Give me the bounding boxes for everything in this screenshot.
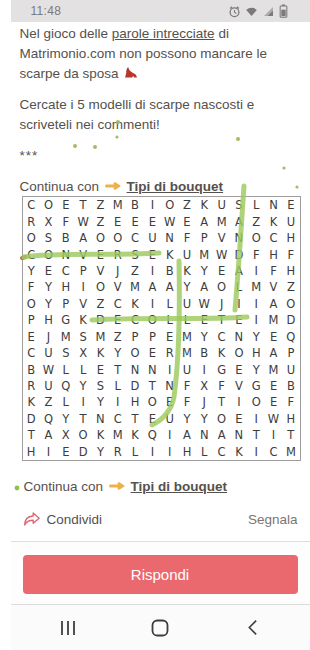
grid-cell: S bbox=[57, 345, 74, 361]
grid-cell: K bbox=[92, 427, 109, 443]
grid-cell: J bbox=[40, 329, 57, 345]
grid-cell: E bbox=[144, 345, 161, 361]
grid-cell: Y bbox=[248, 361, 265, 377]
grid-cell: O bbox=[213, 279, 230, 295]
grid-cell: M bbox=[196, 246, 213, 262]
grid-cell: I bbox=[230, 394, 247, 410]
grid-cell: N bbox=[126, 361, 143, 377]
grid-cell: G bbox=[213, 361, 230, 377]
grid-cell: O bbox=[230, 345, 247, 361]
grid-cell: L bbox=[109, 378, 126, 394]
grid-cell: C bbox=[23, 197, 40, 213]
grid-cell: N bbox=[161, 378, 178, 394]
grid-cell: E bbox=[144, 213, 161, 229]
grid-cell: Y bbox=[109, 345, 126, 361]
grid-cell: I bbox=[109, 394, 126, 410]
phone-screen: 11:48 Nel gioco delle parole intrecciate… bbox=[11, 0, 310, 650]
grid-cell: O bbox=[74, 427, 91, 443]
grid-cell: V bbox=[74, 296, 91, 312]
grid-cell: L bbox=[57, 394, 74, 410]
grid-cell: N bbox=[161, 230, 178, 246]
grid-cell: A bbox=[196, 279, 213, 295]
grid-cell: C bbox=[109, 296, 126, 312]
grid-cell: L bbox=[178, 312, 195, 328]
grid-cell: L bbox=[57, 361, 74, 377]
grid-cell: K bbox=[126, 427, 143, 443]
grid-cell: C bbox=[109, 411, 126, 427]
grid-cell: V bbox=[109, 279, 126, 295]
grid-cell: X bbox=[196, 378, 213, 394]
grid-cell: H bbox=[282, 230, 299, 246]
alarm-icon bbox=[228, 5, 241, 18]
grid-cell: M bbox=[92, 329, 109, 345]
grid-cell: H bbox=[248, 345, 265, 361]
grid-cell: I bbox=[248, 312, 265, 328]
grid-cell: W bbox=[74, 213, 91, 229]
grid-cell: D bbox=[23, 411, 40, 427]
grid-cell: E bbox=[126, 213, 143, 229]
grid-cell: A bbox=[144, 279, 161, 295]
grid-cell: K bbox=[92, 345, 109, 361]
grid-cell: M bbox=[109, 427, 126, 443]
grid-cell: Z bbox=[92, 296, 109, 312]
grid-cell: M bbox=[248, 279, 265, 295]
tipi-di-bouquet-link[interactable]: Tipi di bouquet bbox=[127, 179, 223, 194]
grid-cell: A bbox=[161, 279, 178, 295]
grid-cell: I bbox=[161, 427, 178, 443]
grid-cell: Y bbox=[74, 378, 91, 394]
grid-cell: O bbox=[40, 246, 57, 262]
grid-cell: O bbox=[213, 411, 230, 427]
grid-cell: K bbox=[23, 394, 40, 410]
grid-cell: I bbox=[144, 444, 161, 460]
grid-cell: S bbox=[74, 329, 91, 345]
grid-cell: L bbox=[161, 296, 178, 312]
grid-cell: U bbox=[178, 361, 195, 377]
grid-cell: O bbox=[92, 230, 109, 246]
back-button[interactable] bbox=[239, 615, 265, 641]
grid-cell: A bbox=[230, 213, 247, 229]
grid-cell: K bbox=[265, 213, 282, 229]
grid-cell: U bbox=[178, 246, 195, 262]
grid-cell: W bbox=[265, 411, 282, 427]
grid-cell: Z bbox=[126, 263, 143, 279]
grid-cell: O bbox=[23, 296, 40, 312]
grid-cell: S bbox=[230, 197, 247, 213]
grid-cell: R bbox=[109, 246, 126, 262]
grid-cell: E bbox=[230, 361, 247, 377]
grid-cell: Y bbox=[40, 296, 57, 312]
share-button[interactable]: Condividi bbox=[23, 512, 103, 527]
grid-cell: Q bbox=[144, 427, 161, 443]
grid-cell: F bbox=[23, 279, 40, 295]
grid-cell: B bbox=[57, 230, 74, 246]
grid-cell: T bbox=[282, 427, 299, 443]
grid-cell: R bbox=[161, 345, 178, 361]
grid-cell: U bbox=[178, 296, 195, 312]
back-icon bbox=[247, 619, 258, 636]
grid-cell: R bbox=[23, 213, 40, 229]
grid-cell: B bbox=[282, 378, 299, 394]
grid-cell: T bbox=[213, 394, 230, 410]
grid-cell: K bbox=[74, 312, 91, 328]
grid-cell: E bbox=[230, 312, 247, 328]
grid-cell: P bbox=[282, 345, 299, 361]
grid-cell: H bbox=[282, 263, 299, 279]
high-heel-icon bbox=[124, 66, 138, 79]
grid-cell: K bbox=[178, 263, 195, 279]
post-body: Nel gioco delle parole intrecciate di Ma… bbox=[20, 24, 301, 208]
continua-line-bottom: Continua con Tipi di bouquet bbox=[24, 479, 304, 494]
grid-cell: W bbox=[161, 213, 178, 229]
grid-cell: H bbox=[265, 246, 282, 262]
grid-cell: F bbox=[282, 246, 299, 262]
grid-cell: Y bbox=[92, 444, 109, 460]
grid-cell: F bbox=[178, 378, 195, 394]
grid-cell: O bbox=[161, 197, 178, 213]
grid-cell: C bbox=[23, 345, 40, 361]
grid-cell: E bbox=[161, 394, 178, 410]
grid-cell: Q bbox=[282, 329, 299, 345]
grid-cell: B bbox=[126, 197, 143, 213]
grid-cell: I bbox=[161, 444, 178, 460]
grid-cell: U bbox=[144, 230, 161, 246]
grid-cell: K bbox=[161, 246, 178, 262]
grid-cell: M bbox=[282, 444, 299, 460]
grid-cell: S bbox=[126, 246, 143, 262]
grid-cell: M bbox=[178, 329, 195, 345]
grid-cell: C bbox=[213, 444, 230, 460]
grid-cell: C bbox=[265, 444, 282, 460]
grid-cell: F bbox=[248, 246, 265, 262]
grid-cell: B bbox=[196, 345, 213, 361]
grid-cell: U bbox=[213, 197, 230, 213]
grid-cell: G bbox=[57, 312, 74, 328]
grid-cell: Z bbox=[109, 329, 126, 345]
grid-cell: Y bbox=[196, 329, 213, 345]
grid-cell: I bbox=[161, 361, 178, 377]
grid-cell: O bbox=[282, 296, 299, 312]
grid-cell: N bbox=[230, 230, 247, 246]
grid-cell: P bbox=[144, 329, 161, 345]
grid-cell: V bbox=[213, 230, 230, 246]
grid-cell: E bbox=[144, 246, 161, 262]
grid-cell: E bbox=[57, 444, 74, 460]
grid-cell: C bbox=[265, 230, 282, 246]
grid-cell: C bbox=[57, 263, 74, 279]
grid-cell: E bbox=[213, 263, 230, 279]
grid-cell: I bbox=[265, 427, 282, 443]
grid-cell: W bbox=[196, 296, 213, 312]
grid-cell: I bbox=[248, 444, 265, 460]
grid-cell: K bbox=[196, 197, 213, 213]
grid-cell: Y bbox=[40, 279, 57, 295]
grid-cell: E bbox=[196, 312, 213, 328]
grid-cell: S bbox=[92, 378, 109, 394]
grid-cell: T bbox=[74, 197, 91, 213]
grid-cell: I bbox=[230, 296, 247, 312]
grid-cell: M bbox=[109, 197, 126, 213]
grid-cell: N bbox=[230, 427, 247, 443]
pointing-finger-icon bbox=[109, 480, 125, 492]
grid-cell: Y bbox=[196, 411, 213, 427]
grid-cell: T bbox=[144, 378, 161, 394]
grid-cell: E bbox=[265, 394, 282, 410]
grid-cell: T bbox=[74, 411, 91, 427]
grid-cell: S bbox=[40, 230, 57, 246]
grid-cell: L bbox=[196, 444, 213, 460]
grid-cell: I bbox=[40, 444, 57, 460]
grid-cell: N bbox=[230, 329, 247, 345]
grid-cell: M bbox=[57, 329, 74, 345]
separator-stars: *** bbox=[20, 146, 301, 166]
grid-cell: L bbox=[248, 197, 265, 213]
grid-cell: H bbox=[23, 444, 40, 460]
grid-cell: W bbox=[40, 361, 57, 377]
grid-cell: U bbox=[282, 213, 299, 229]
grid-cell: Z bbox=[282, 279, 299, 295]
grid-cell: K bbox=[126, 296, 143, 312]
grid-cell: F bbox=[178, 230, 195, 246]
grid-cell: P bbox=[126, 329, 143, 345]
grid-cell: L bbox=[161, 312, 178, 328]
grid-cell: E bbox=[230, 411, 247, 427]
grid-cell: V bbox=[92, 263, 109, 279]
grid-cell: Z bbox=[92, 213, 109, 229]
android-nav-bar bbox=[11, 604, 310, 650]
grid-cell: K bbox=[230, 444, 247, 460]
clock-time: 11:48 bbox=[31, 4, 62, 18]
grid-cell: K bbox=[213, 345, 230, 361]
grid-cell: E bbox=[265, 329, 282, 345]
grid-cell: M bbox=[178, 345, 195, 361]
grid-cell: E bbox=[265, 378, 282, 394]
recents-icon bbox=[59, 620, 77, 636]
pointing-finger-icon bbox=[105, 180, 121, 192]
parole-intrecciate-link[interactable]: parole intrecciate bbox=[112, 26, 215, 41]
grid-cell: C bbox=[126, 230, 143, 246]
grid-cell: M bbox=[126, 279, 143, 295]
grid-cell: T bbox=[248, 427, 265, 443]
continua-line-top: Continua con Tipi di bouquet bbox=[20, 177, 301, 197]
grid-cell: L bbox=[74, 361, 91, 377]
grid-cell: Z bbox=[92, 197, 109, 213]
grid-cell: H bbox=[178, 444, 195, 460]
grid-cell: F bbox=[265, 263, 282, 279]
grid-cell: E bbox=[40, 263, 57, 279]
grid-cell: M bbox=[265, 361, 282, 377]
grid-cell: O bbox=[40, 197, 57, 213]
status-icons bbox=[228, 0, 288, 22]
grid-cell: J bbox=[213, 296, 230, 312]
grid-cell: E bbox=[178, 213, 195, 229]
battery-icon bbox=[279, 4, 288, 18]
grid-cell: Z bbox=[40, 394, 57, 410]
signal-icon bbox=[262, 5, 275, 18]
grid-cell: L bbox=[230, 279, 247, 295]
grid-cell: D bbox=[126, 378, 143, 394]
continua-text: Continua con bbox=[20, 179, 100, 194]
grid-cell: N bbox=[144, 361, 161, 377]
grid-cell: D bbox=[282, 312, 299, 328]
grid-cell: E bbox=[92, 361, 109, 377]
home-icon bbox=[151, 619, 169, 637]
grid-cell: A bbox=[178, 427, 195, 443]
grid-cell: W bbox=[213, 246, 230, 262]
share-label: Condividi bbox=[47, 512, 103, 527]
recents-button[interactable] bbox=[55, 615, 81, 641]
grid-cell: T bbox=[109, 361, 126, 377]
grid-cell: O bbox=[248, 230, 265, 246]
grid-cell: P bbox=[74, 263, 91, 279]
grid-cell: M bbox=[265, 312, 282, 328]
grid-cell: U bbox=[282, 361, 299, 377]
grid-cell: B bbox=[23, 361, 40, 377]
grid-cell: L bbox=[126, 444, 143, 460]
grid-cell: X bbox=[74, 345, 91, 361]
grid-cell: G bbox=[248, 378, 265, 394]
grid-cell: E bbox=[23, 329, 40, 345]
grid-cell: C bbox=[23, 246, 40, 262]
share-icon bbox=[23, 512, 40, 526]
grid-cell: P bbox=[23, 312, 40, 328]
grid-cell: Q bbox=[57, 378, 74, 394]
grid-cell: R bbox=[23, 378, 40, 394]
grid-cell: P bbox=[57, 296, 74, 312]
continua-text-2: Continua con bbox=[24, 479, 104, 494]
grid-cell: E bbox=[282, 197, 299, 213]
grid-cell: O bbox=[144, 394, 161, 410]
grid-cell: O bbox=[92, 279, 109, 295]
grid-cell: E bbox=[109, 213, 126, 229]
grid-cell: H bbox=[282, 411, 299, 427]
grid-cell: D bbox=[92, 312, 109, 328]
grid-cell: Y bbox=[248, 329, 265, 345]
word-search-grid: COETZMBIOZKUSLNERXFWZEEEWEAMAZKUOSBAOOCU… bbox=[22, 196, 301, 461]
grid-cell: H bbox=[57, 279, 74, 295]
grid-cell: P bbox=[196, 230, 213, 246]
grid-cell: Y bbox=[178, 411, 195, 427]
grid-cell: Y bbox=[178, 279, 195, 295]
grid-cell: Y bbox=[196, 263, 213, 279]
grid-cell: D bbox=[74, 444, 91, 460]
grid-cell: A bbox=[265, 345, 282, 361]
grid-cell: A bbox=[213, 427, 230, 443]
grid-cell: H bbox=[40, 312, 57, 328]
grid-cell: A bbox=[74, 230, 91, 246]
grid-cell: Z bbox=[178, 197, 195, 213]
home-button[interactable] bbox=[147, 615, 173, 641]
grid-cell: O bbox=[23, 230, 40, 246]
grid-cell: I bbox=[248, 411, 265, 427]
grid-cell: E bbox=[109, 312, 126, 328]
grid-cell: R bbox=[109, 444, 126, 460]
grid-cell: I bbox=[248, 296, 265, 312]
grid-cell: A bbox=[40, 427, 57, 443]
intro-text: Nel gioco delle bbox=[20, 26, 112, 41]
grid-cell: E bbox=[161, 329, 178, 345]
grid-cell: Y bbox=[92, 394, 109, 410]
reply-section: Rispondi bbox=[11, 541, 310, 604]
grid-cell: A bbox=[230, 263, 247, 279]
grid-cell: Q bbox=[40, 411, 57, 427]
grid-cell: F bbox=[282, 394, 299, 410]
report-button[interactable]: Segnala bbox=[248, 512, 298, 527]
grid-cell: E bbox=[144, 411, 161, 427]
grid-cell: V bbox=[74, 246, 91, 262]
grid-cell: I bbox=[74, 394, 91, 410]
grid-cell: A bbox=[265, 296, 282, 312]
grid-cell: X bbox=[40, 213, 57, 229]
grid-cell: I bbox=[144, 263, 161, 279]
grid-cell: T bbox=[23, 427, 40, 443]
grid-cell: O bbox=[248, 394, 265, 410]
grid-cell: Z bbox=[248, 213, 265, 229]
grid-cell: X bbox=[57, 427, 74, 443]
grid-cell: I bbox=[144, 197, 161, 213]
grid-cell: E bbox=[57, 197, 74, 213]
grid-cell: U bbox=[40, 378, 57, 394]
grid-cell: D bbox=[230, 246, 247, 262]
grid-cell: N bbox=[92, 411, 109, 427]
grid-cell: M bbox=[213, 213, 230, 229]
grid-cell: V bbox=[230, 378, 247, 394]
grid-cell: V bbox=[265, 279, 282, 295]
tipi-di-bouquet-link-2[interactable]: Tipi di bouquet bbox=[131, 479, 227, 494]
post-paragraph-intro: Nel gioco delle parole intrecciate di Ma… bbox=[20, 24, 301, 84]
reply-button[interactable]: Rispondi bbox=[23, 555, 298, 594]
grid-cell: J bbox=[109, 263, 126, 279]
grid-cell: C bbox=[126, 312, 143, 328]
post-actions-row: Condividi Segnala bbox=[23, 508, 298, 530]
grid-cell: U bbox=[161, 411, 178, 427]
grid-cell: O bbox=[109, 230, 126, 246]
grid-cell: I bbox=[74, 279, 91, 295]
grid-cell: F bbox=[57, 213, 74, 229]
grid-cell: O bbox=[144, 312, 161, 328]
grid-cell: Y bbox=[57, 411, 74, 427]
status-bar: 11:48 bbox=[11, 0, 310, 22]
grid-cell: N bbox=[265, 197, 282, 213]
grid-cell: T bbox=[126, 411, 143, 427]
wifi-icon bbox=[245, 5, 258, 18]
grid-cell: B bbox=[161, 263, 178, 279]
grid-cell: C bbox=[213, 329, 230, 345]
grid-cell: T bbox=[213, 312, 230, 328]
grid-cell: Y bbox=[23, 263, 40, 279]
grid-cell: N bbox=[57, 246, 74, 262]
grid-cell: I bbox=[248, 263, 265, 279]
grid-cell: I bbox=[196, 361, 213, 377]
grid-cell: I bbox=[144, 296, 161, 312]
grid-cell: A bbox=[196, 213, 213, 229]
grid-cell: U bbox=[40, 345, 57, 361]
grid-cell: H bbox=[126, 394, 143, 410]
grid-cell: F bbox=[213, 378, 230, 394]
post-paragraph-challenge: Cercate i 5 modelli di scarpe nascosti e… bbox=[20, 95, 301, 135]
grid-cell: E bbox=[92, 246, 109, 262]
grid-cell: F bbox=[178, 394, 195, 410]
grid-cell: N bbox=[196, 427, 213, 443]
grid-cell: J bbox=[196, 394, 213, 410]
grid-cell: O bbox=[126, 345, 143, 361]
